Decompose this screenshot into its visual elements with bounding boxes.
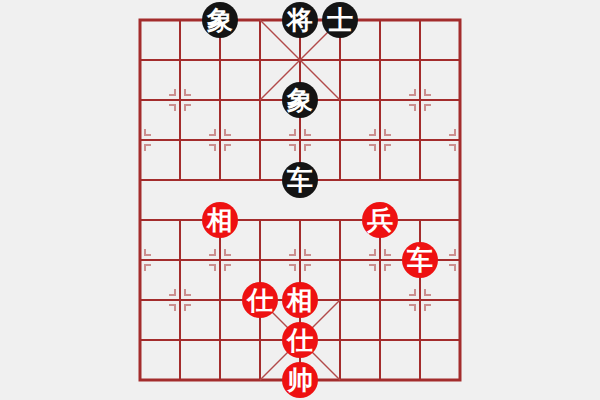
board-intersection-g3[interactable] bbox=[360, 280, 400, 320]
board-intersection-c8[interactable] bbox=[200, 80, 240, 120]
board-intersection-e1[interactable]: 帅 bbox=[280, 360, 320, 400]
board-intersection-g4[interactable] bbox=[360, 240, 400, 280]
black-general-piece[interactable]: 将 bbox=[282, 2, 318, 38]
board-intersection-i7[interactable] bbox=[440, 120, 480, 160]
board-intersection-i5[interactable] bbox=[440, 200, 480, 240]
board-intersection-a9[interactable] bbox=[120, 40, 160, 80]
board-intersection-e7[interactable] bbox=[280, 120, 320, 160]
board-intersection-i3[interactable] bbox=[440, 280, 480, 320]
red-soldier-piece[interactable]: 兵 bbox=[362, 202, 398, 238]
board-intersection-i9[interactable] bbox=[440, 40, 480, 80]
board-intersection-f9[interactable] bbox=[320, 40, 360, 80]
board-intersection-i2[interactable] bbox=[440, 320, 480, 360]
board-intersection-c7[interactable] bbox=[200, 120, 240, 160]
board-intersection-g5[interactable]: 兵 bbox=[360, 200, 400, 240]
board-intersection-d9[interactable] bbox=[240, 40, 280, 80]
board-intersection-a8[interactable] bbox=[120, 80, 160, 120]
board-intersection-b9[interactable] bbox=[160, 40, 200, 80]
board-intersection-e4[interactable] bbox=[280, 240, 320, 280]
board-intersection-a7[interactable] bbox=[120, 120, 160, 160]
red-advisor-piece[interactable]: 仕 bbox=[242, 282, 278, 318]
board-intersection-g8[interactable] bbox=[360, 80, 400, 120]
board-intersection-c10[interactable]: 象 bbox=[200, 0, 240, 40]
board-intersection-a2[interactable] bbox=[120, 320, 160, 360]
xiangqi-screen: 象将士象车相兵车仕相仕帅 bbox=[0, 0, 600, 400]
board-intersection-d6[interactable] bbox=[240, 160, 280, 200]
board-intersection-b10[interactable] bbox=[160, 0, 200, 40]
board-intersection-e3[interactable]: 相 bbox=[280, 280, 320, 320]
board-intersection-d1[interactable] bbox=[240, 360, 280, 400]
board-intersection-g6[interactable] bbox=[360, 160, 400, 200]
board-intersection-i8[interactable] bbox=[440, 80, 480, 120]
board-intersection-a4[interactable] bbox=[120, 240, 160, 280]
board-intersection-d7[interactable] bbox=[240, 120, 280, 160]
board-intersection-i1[interactable] bbox=[440, 360, 480, 400]
red-elephant-piece[interactable]: 相 bbox=[282, 282, 318, 318]
board-intersection-e8[interactable]: 象 bbox=[280, 80, 320, 120]
board-intersection-a10[interactable] bbox=[120, 0, 160, 40]
board-intersection-f10[interactable]: 士 bbox=[320, 0, 360, 40]
board-intersection-d3[interactable]: 仕 bbox=[240, 280, 280, 320]
board-intersection-f5[interactable] bbox=[320, 200, 360, 240]
red-advisor-piece[interactable]: 仕 bbox=[282, 322, 318, 358]
board-intersection-g1[interactable] bbox=[360, 360, 400, 400]
board-intersection-h1[interactable] bbox=[400, 360, 440, 400]
board-intersection-f3[interactable] bbox=[320, 280, 360, 320]
black-chariot-piece[interactable]: 车 bbox=[282, 162, 318, 198]
board-intersection-e9[interactable] bbox=[280, 40, 320, 80]
board-intersection-h2[interactable] bbox=[400, 320, 440, 360]
board-intersection-a1[interactable] bbox=[120, 360, 160, 400]
board-intersection-c3[interactable] bbox=[200, 280, 240, 320]
red-general-piece[interactable]: 帅 bbox=[282, 362, 318, 398]
black-advisor-piece[interactable]: 士 bbox=[322, 2, 358, 38]
board-intersection-h4[interactable]: 车 bbox=[400, 240, 440, 280]
board-intersection-b1[interactable] bbox=[160, 360, 200, 400]
board-intersection-b6[interactable] bbox=[160, 160, 200, 200]
board-intersection-b7[interactable] bbox=[160, 120, 200, 160]
board-intersection-a5[interactable] bbox=[120, 200, 160, 240]
board-intersection-b5[interactable] bbox=[160, 200, 200, 240]
board-intersection-b2[interactable] bbox=[160, 320, 200, 360]
black-elephant-piece[interactable]: 象 bbox=[282, 82, 318, 118]
red-chariot-piece[interactable]: 车 bbox=[402, 242, 438, 278]
board-intersection-c9[interactable] bbox=[200, 40, 240, 80]
board-intersection-b4[interactable] bbox=[160, 240, 200, 280]
board-intersection-i6[interactable] bbox=[440, 160, 480, 200]
board-intersection-e10[interactable]: 将 bbox=[280, 0, 320, 40]
board-intersection-h3[interactable] bbox=[400, 280, 440, 320]
board-intersection-a6[interactable] bbox=[120, 160, 160, 200]
board-intersection-g2[interactable] bbox=[360, 320, 400, 360]
board-intersection-e5[interactable] bbox=[280, 200, 320, 240]
xiangqi-board: 象将士象车相兵车仕相仕帅 bbox=[120, 0, 480, 400]
board-intersection-b3[interactable] bbox=[160, 280, 200, 320]
board-intersection-d5[interactable] bbox=[240, 200, 280, 240]
board-intersection-f7[interactable] bbox=[320, 120, 360, 160]
board-intersection-h6[interactable] bbox=[400, 160, 440, 200]
board-intersection-d10[interactable] bbox=[240, 0, 280, 40]
board-intersection-e6[interactable]: 车 bbox=[280, 160, 320, 200]
board-intersection-h7[interactable] bbox=[400, 120, 440, 160]
board-intersection-d8[interactable] bbox=[240, 80, 280, 120]
board-intersection-a3[interactable] bbox=[120, 280, 160, 320]
board-intersection-f2[interactable] bbox=[320, 320, 360, 360]
board-intersection-c1[interactable] bbox=[200, 360, 240, 400]
board-intersection-b8[interactable] bbox=[160, 80, 200, 120]
board-intersection-g7[interactable] bbox=[360, 120, 400, 160]
board-intersection-h9[interactable] bbox=[400, 40, 440, 80]
board-intersection-i10[interactable] bbox=[440, 0, 480, 40]
board-intersection-c5[interactable]: 相 bbox=[200, 200, 240, 240]
board-intersection-c2[interactable] bbox=[200, 320, 240, 360]
board-intersection-c6[interactable] bbox=[200, 160, 240, 200]
board-intersection-e2[interactable]: 仕 bbox=[280, 320, 320, 360]
board-intersection-g10[interactable] bbox=[360, 0, 400, 40]
board-intersection-g9[interactable] bbox=[360, 40, 400, 80]
board-intersection-f1[interactable] bbox=[320, 360, 360, 400]
board-intersection-d4[interactable] bbox=[240, 240, 280, 280]
red-elephant-piece[interactable]: 相 bbox=[202, 202, 238, 238]
board-intersection-h8[interactable] bbox=[400, 80, 440, 120]
board-intersection-i4[interactable] bbox=[440, 240, 480, 280]
board-intersection-d2[interactable] bbox=[240, 320, 280, 360]
board-intersection-f4[interactable] bbox=[320, 240, 360, 280]
board-intersection-f8[interactable] bbox=[320, 80, 360, 120]
board-intersection-h5[interactable] bbox=[400, 200, 440, 240]
board-intersection-f6[interactable] bbox=[320, 160, 360, 200]
board-intersection-h10[interactable] bbox=[400, 0, 440, 40]
black-elephant-piece[interactable]: 象 bbox=[202, 2, 238, 38]
board-intersection-c4[interactable] bbox=[200, 240, 240, 280]
